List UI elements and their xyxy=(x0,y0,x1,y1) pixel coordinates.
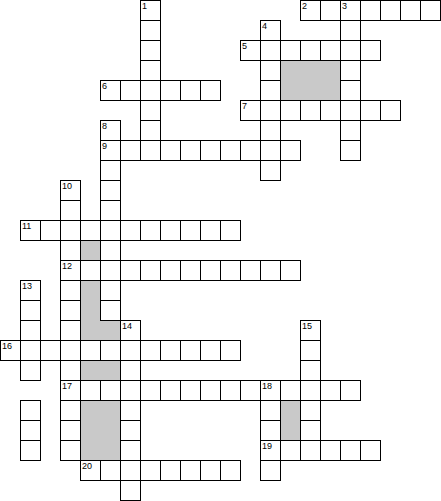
letter-cell[interactable] xyxy=(140,60,161,81)
letter-cell[interactable] xyxy=(240,140,261,161)
letter-cell[interactable] xyxy=(100,460,121,481)
letter-cell[interactable] xyxy=(60,300,81,321)
letter-cell[interactable] xyxy=(80,220,101,241)
letter-cell[interactable] xyxy=(20,320,41,341)
letter-cell[interactable] xyxy=(60,340,81,361)
letter-cell[interactable]: 18 xyxy=(260,380,281,401)
letter-cell[interactable]: 16 xyxy=(0,340,21,361)
clue-number: 7 xyxy=(242,101,247,111)
letter-cell[interactable] xyxy=(420,0,441,21)
letter-cell[interactable] xyxy=(100,240,121,261)
letter-cell[interactable] xyxy=(180,460,201,481)
letter-cell[interactable] xyxy=(60,420,81,441)
letter-cell[interactable] xyxy=(60,440,81,461)
letter-cell[interactable] xyxy=(320,380,341,401)
letter-cell[interactable] xyxy=(340,100,361,121)
blocked-cell xyxy=(300,80,320,100)
blocked-cell xyxy=(280,420,300,440)
letter-cell[interactable] xyxy=(120,340,141,361)
letter-cell[interactable] xyxy=(100,220,121,241)
letter-cell[interactable] xyxy=(140,260,161,281)
blocked-cell xyxy=(100,320,120,340)
letter-cell[interactable] xyxy=(160,340,181,361)
clue-number: 17 xyxy=(62,381,72,391)
crossword-board: 1234567891011121314151617181920 xyxy=(0,0,441,501)
letter-cell[interactable] xyxy=(280,440,301,461)
letter-cell[interactable] xyxy=(400,0,421,21)
letter-cell[interactable] xyxy=(260,400,281,421)
letter-cell[interactable]: 7 xyxy=(240,100,261,121)
letter-cell[interactable] xyxy=(340,440,361,461)
blocked-cell xyxy=(280,80,300,100)
letter-cell[interactable] xyxy=(160,140,181,161)
letter-cell[interactable] xyxy=(360,40,381,61)
letter-cell[interactable] xyxy=(320,440,341,461)
blocked-cell xyxy=(100,400,120,420)
letter-cell[interactable]: 10 xyxy=(60,180,81,201)
letter-cell[interactable] xyxy=(100,200,121,221)
letter-cell[interactable] xyxy=(260,160,281,181)
letter-cell[interactable] xyxy=(180,260,201,281)
letter-cell[interactable] xyxy=(340,140,361,161)
clue-number: 3 xyxy=(342,1,347,11)
letter-cell[interactable] xyxy=(60,220,81,241)
letter-cell[interactable] xyxy=(140,380,161,401)
blocked-cell xyxy=(80,280,100,300)
letter-cell[interactable] xyxy=(160,460,181,481)
letter-cell[interactable] xyxy=(120,400,141,421)
letter-cell[interactable] xyxy=(120,80,141,101)
letter-cell[interactable] xyxy=(260,420,281,441)
letter-cell[interactable] xyxy=(220,380,241,401)
blocked-cell xyxy=(80,360,100,380)
letter-cell[interactable] xyxy=(260,140,281,161)
letter-cell[interactable] xyxy=(300,340,321,361)
letter-cell[interactable] xyxy=(80,380,101,401)
blocked-cell xyxy=(80,240,100,260)
blocked-cell xyxy=(80,420,100,440)
clue-number: 11 xyxy=(22,221,31,231)
blocked-cell xyxy=(100,420,120,440)
letter-cell[interactable] xyxy=(300,420,321,441)
letter-cell[interactable] xyxy=(80,340,101,361)
clue-number: 8 xyxy=(102,121,107,131)
clue-number: 2 xyxy=(302,1,307,11)
letter-cell[interactable] xyxy=(200,260,221,281)
letter-cell[interactable]: 11 xyxy=(20,220,41,241)
letter-cell[interactable] xyxy=(120,360,141,381)
letter-cell[interactable] xyxy=(20,360,41,381)
letter-cell[interactable] xyxy=(120,440,141,461)
letter-cell[interactable] xyxy=(20,440,41,461)
letter-cell[interactable] xyxy=(60,400,81,421)
letter-cell[interactable] xyxy=(20,300,41,321)
letter-cell[interactable] xyxy=(140,460,161,481)
clue-number: 6 xyxy=(102,81,107,91)
letter-cell[interactable] xyxy=(160,220,181,241)
letter-cell[interactable] xyxy=(160,260,181,281)
letter-cell[interactable] xyxy=(220,340,241,361)
letter-cell[interactable] xyxy=(340,120,361,141)
letter-cell[interactable] xyxy=(140,120,161,141)
letter-cell[interactable] xyxy=(200,220,221,241)
clue-number: 14 xyxy=(122,321,132,331)
blocked-cell xyxy=(80,300,100,320)
letter-cell[interactable] xyxy=(120,260,141,281)
letter-cell[interactable] xyxy=(180,140,201,161)
blocked-cell xyxy=(300,60,320,80)
letter-cell[interactable]: 12 xyxy=(60,260,81,281)
letter-cell[interactable]: 5 xyxy=(240,40,261,61)
letter-cell[interactable] xyxy=(340,60,361,81)
letter-cell[interactable] xyxy=(200,380,221,401)
blocked-cell xyxy=(100,440,120,460)
letter-cell[interactable] xyxy=(260,260,281,281)
letter-cell[interactable] xyxy=(260,60,281,81)
letter-cell[interactable]: 19 xyxy=(260,440,281,461)
letter-cell[interactable] xyxy=(180,220,201,241)
letter-cell[interactable] xyxy=(160,380,181,401)
blocked-cell xyxy=(80,400,100,420)
clue-number: 16 xyxy=(2,341,12,351)
letter-cell[interactable] xyxy=(300,400,321,421)
letter-cell[interactable] xyxy=(80,260,101,281)
clue-number: 19 xyxy=(262,441,272,451)
clue-number: 5 xyxy=(242,41,247,51)
letter-cell[interactable] xyxy=(200,140,221,161)
blocked-cell xyxy=(100,360,120,380)
letter-cell[interactable] xyxy=(220,260,241,281)
letter-cell[interactable] xyxy=(280,100,301,121)
letter-cell[interactable] xyxy=(300,440,321,461)
letter-cell[interactable]: 14 xyxy=(120,320,141,341)
letter-cell[interactable] xyxy=(360,0,381,21)
letter-cell[interactable] xyxy=(140,220,161,241)
letter-cell[interactable] xyxy=(220,220,241,241)
letter-cell[interactable] xyxy=(100,180,121,201)
letter-cell[interactable] xyxy=(200,460,221,481)
letter-cell[interactable] xyxy=(100,280,121,301)
letter-cell[interactable] xyxy=(360,440,381,461)
letter-cell[interactable] xyxy=(120,140,141,161)
letter-cell[interactable]: 20 xyxy=(80,460,101,481)
letter-cell[interactable] xyxy=(380,0,401,21)
letter-cell[interactable] xyxy=(240,260,261,281)
clue-number: 12 xyxy=(62,261,72,271)
clue-number: 20 xyxy=(82,461,92,471)
letter-cell[interactable] xyxy=(140,80,161,101)
letter-cell[interactable] xyxy=(60,280,81,301)
letter-cell[interactable]: 15 xyxy=(300,320,321,341)
letter-cell[interactable] xyxy=(20,420,41,441)
letter-cell[interactable] xyxy=(300,40,321,61)
letter-cell[interactable] xyxy=(380,100,401,121)
letter-cell[interactable]: 17 xyxy=(60,380,81,401)
letter-cell[interactable] xyxy=(20,400,41,421)
blocked-cell xyxy=(280,400,300,420)
letter-cell[interactable]: 3 xyxy=(340,0,361,21)
letter-cell[interactable] xyxy=(40,340,61,361)
letter-cell[interactable] xyxy=(140,100,161,121)
letter-cell[interactable] xyxy=(100,380,121,401)
letter-cell[interactable] xyxy=(260,120,281,141)
blocked-cell xyxy=(280,60,300,80)
blocked-cell xyxy=(80,320,100,340)
clue-number: 9 xyxy=(102,141,107,151)
letter-cell[interactable]: 1 xyxy=(140,0,161,21)
letter-cell[interactable] xyxy=(120,480,141,501)
letter-cell[interactable]: 4 xyxy=(260,20,281,41)
letter-cell[interactable] xyxy=(100,300,121,321)
letter-cell[interactable] xyxy=(120,460,141,481)
letter-cell[interactable] xyxy=(220,140,241,161)
clue-number: 10 xyxy=(62,181,72,191)
letter-cell[interactable] xyxy=(260,100,281,121)
letter-cell[interactable]: 13 xyxy=(20,280,41,301)
blocked-cell xyxy=(320,80,340,100)
letter-cell[interactable] xyxy=(300,380,321,401)
letter-cell[interactable] xyxy=(100,340,121,361)
letter-cell[interactable] xyxy=(360,100,381,121)
letter-cell[interactable] xyxy=(260,460,281,481)
clue-number: 18 xyxy=(262,381,272,391)
letter-cell[interactable] xyxy=(340,40,361,61)
letter-cell[interactable] xyxy=(140,40,161,61)
letter-cell[interactable] xyxy=(280,140,301,161)
letter-cell[interactable] xyxy=(280,380,301,401)
letter-cell[interactable] xyxy=(180,340,201,361)
letter-cell[interactable] xyxy=(340,380,361,401)
letter-cell[interactable] xyxy=(200,340,221,361)
clue-number: 4 xyxy=(262,21,267,31)
letter-cell[interactable]: 2 xyxy=(300,0,321,21)
letter-cell[interactable] xyxy=(220,460,241,481)
blocked-cell xyxy=(320,60,340,80)
letter-cell[interactable]: 8 xyxy=(100,120,121,141)
letter-cell[interactable] xyxy=(180,80,201,101)
letter-cell[interactable] xyxy=(340,20,361,41)
letter-cell[interactable] xyxy=(300,100,321,121)
clue-number: 1 xyxy=(142,1,147,11)
letter-cell[interactable] xyxy=(260,80,281,101)
letter-cell[interactable] xyxy=(260,40,281,61)
letter-cell[interactable] xyxy=(280,40,301,61)
letter-cell[interactable] xyxy=(160,80,181,101)
letter-cell[interactable] xyxy=(200,80,221,101)
blocked-cell xyxy=(80,440,100,460)
letter-cell[interactable] xyxy=(120,420,141,441)
letter-cell[interactable] xyxy=(120,380,141,401)
letter-cell[interactable] xyxy=(240,380,261,401)
letter-cell[interactable] xyxy=(280,260,301,281)
letter-cell[interactable] xyxy=(180,380,201,401)
letter-cell[interactable] xyxy=(120,220,141,241)
clue-number: 15 xyxy=(302,321,312,331)
letter-cell[interactable] xyxy=(340,80,361,101)
letter-cell[interactable] xyxy=(20,340,41,361)
letter-cell[interactable] xyxy=(60,320,81,341)
letter-cell[interactable] xyxy=(140,140,161,161)
clue-number: 13 xyxy=(22,281,32,291)
letter-cell[interactable]: 6 xyxy=(100,80,121,101)
letter-cell[interactable] xyxy=(140,340,161,361)
letter-cell[interactable] xyxy=(60,200,81,221)
letter-cell[interactable] xyxy=(320,0,341,21)
letter-cell[interactable] xyxy=(100,160,121,181)
letter-cell[interactable] xyxy=(140,20,161,41)
letter-cell[interactable] xyxy=(320,100,341,121)
letter-cell[interactable] xyxy=(60,240,81,261)
letter-cell[interactable]: 9 xyxy=(100,140,121,161)
letter-cell[interactable] xyxy=(60,360,81,381)
letter-cell[interactable] xyxy=(40,220,61,241)
letter-cell[interactable] xyxy=(320,40,341,61)
letter-cell[interactable] xyxy=(100,260,121,281)
letter-cell[interactable] xyxy=(300,360,321,381)
